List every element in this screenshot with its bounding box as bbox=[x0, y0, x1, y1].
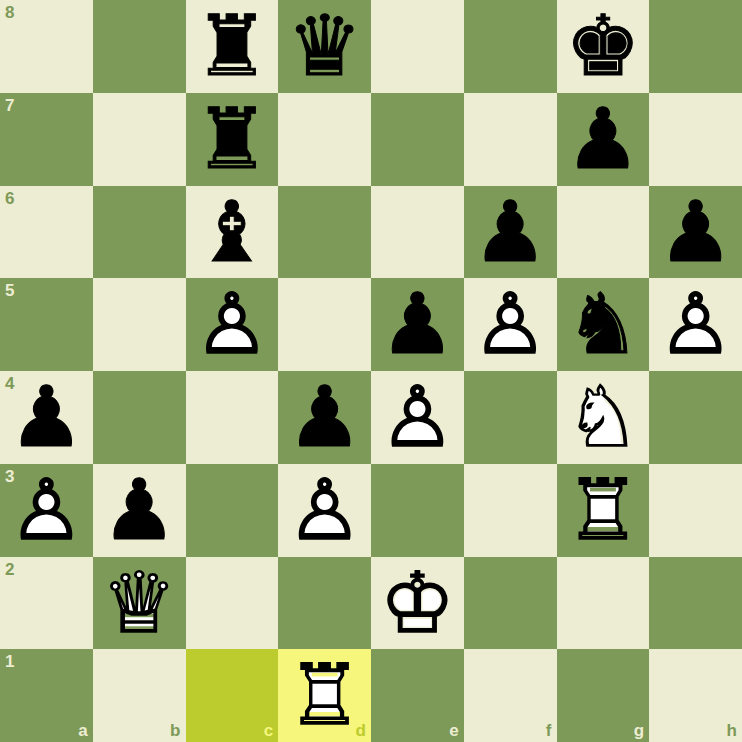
square-d3[interactable]: ♟♙ bbox=[278, 464, 371, 557]
white-knight-outline-glyph: ♘ bbox=[565, 371, 640, 464]
piece-black-pawn[interactable]: ♟ bbox=[93, 464, 186, 557]
piece-black-knight[interactable]: ♞ bbox=[557, 278, 650, 371]
file-label-b: b bbox=[170, 722, 180, 739]
black-rook-glyph: ♜ bbox=[194, 0, 269, 93]
piece-white-pawn[interactable]: ♟♙ bbox=[186, 278, 279, 371]
black-pawn-glyph: ♟ bbox=[658, 186, 733, 279]
file-label-f: f bbox=[546, 722, 552, 739]
square-h1[interactable]: h bbox=[649, 649, 742, 742]
square-b5[interactable] bbox=[93, 278, 186, 371]
piece-black-pawn[interactable]: ♟ bbox=[649, 186, 742, 279]
rank-label-6: 6 bbox=[5, 190, 14, 207]
black-pawn-glyph: ♟ bbox=[9, 371, 84, 464]
square-e8[interactable] bbox=[371, 0, 464, 93]
square-e4[interactable]: ♟♙ bbox=[371, 371, 464, 464]
file-label-h: h bbox=[727, 722, 737, 739]
piece-black-queen[interactable]: ♛ bbox=[278, 0, 371, 93]
black-pawn-glyph: ♟ bbox=[101, 464, 176, 557]
square-a5[interactable]: 5 bbox=[0, 278, 93, 371]
white-pawn-outline-glyph: ♙ bbox=[380, 371, 455, 464]
square-g6[interactable] bbox=[557, 186, 650, 279]
black-pawn-glyph: ♟ bbox=[287, 371, 362, 464]
square-a2[interactable]: 2 bbox=[0, 557, 93, 650]
black-knight-glyph: ♞ bbox=[565, 278, 640, 371]
rank-label-7: 7 bbox=[5, 97, 14, 114]
piece-white-pawn[interactable]: ♟♙ bbox=[0, 464, 93, 557]
square-d2[interactable] bbox=[278, 557, 371, 650]
piece-black-king[interactable]: ♚ bbox=[557, 0, 650, 93]
square-d5[interactable] bbox=[278, 278, 371, 371]
square-d4[interactable]: ♟ bbox=[278, 371, 371, 464]
square-g1[interactable]: g bbox=[557, 649, 650, 742]
piece-white-rook[interactable]: ♜♖ bbox=[557, 464, 650, 557]
piece-black-rook[interactable]: ♜ bbox=[186, 0, 279, 93]
square-a6[interactable]: 6 bbox=[0, 186, 93, 279]
square-c8[interactable]: ♜ bbox=[186, 0, 279, 93]
white-pawn-outline-glyph: ♙ bbox=[194, 278, 269, 371]
black-pawn-glyph: ♟ bbox=[472, 186, 547, 279]
square-c5[interactable]: ♟♙ bbox=[186, 278, 279, 371]
square-a8[interactable]: 8 bbox=[0, 0, 93, 93]
square-g8[interactable]: ♚ bbox=[557, 0, 650, 93]
square-b1[interactable]: b bbox=[93, 649, 186, 742]
square-h5[interactable]: ♟♙ bbox=[649, 278, 742, 371]
piece-white-knight[interactable]: ♞♘ bbox=[557, 371, 650, 464]
square-b6[interactable] bbox=[93, 186, 186, 279]
black-pawn-glyph: ♟ bbox=[565, 93, 640, 186]
square-d1[interactable]: d♜♖ bbox=[278, 649, 371, 742]
piece-white-king[interactable]: ♚♔ bbox=[371, 557, 464, 650]
square-h3[interactable] bbox=[649, 464, 742, 557]
square-h7[interactable] bbox=[649, 93, 742, 186]
piece-black-pawn[interactable]: ♟ bbox=[278, 371, 371, 464]
square-f6[interactable]: ♟ bbox=[464, 186, 557, 279]
square-h6[interactable]: ♟ bbox=[649, 186, 742, 279]
square-c7[interactable]: ♜ bbox=[186, 93, 279, 186]
rank-label-5: 5 bbox=[5, 282, 14, 299]
square-f8[interactable] bbox=[464, 0, 557, 93]
piece-black-pawn[interactable]: ♟ bbox=[464, 186, 557, 279]
square-f1[interactable]: f bbox=[464, 649, 557, 742]
white-pawn-outline-glyph: ♙ bbox=[472, 278, 547, 371]
piece-black-pawn[interactable]: ♟ bbox=[0, 371, 93, 464]
piece-black-rook[interactable]: ♜ bbox=[186, 93, 279, 186]
piece-white-rook[interactable]: ♜♖ bbox=[278, 649, 371, 742]
white-pawn-outline-glyph: ♙ bbox=[658, 278, 733, 371]
square-c3[interactable] bbox=[186, 464, 279, 557]
piece-white-pawn[interactable]: ♟♙ bbox=[278, 464, 371, 557]
file-label-c: c bbox=[264, 722, 273, 739]
square-a1[interactable]: 1a bbox=[0, 649, 93, 742]
black-king-glyph: ♚ bbox=[565, 0, 640, 93]
white-pawn-outline-glyph: ♙ bbox=[287, 464, 362, 557]
file-label-g: g bbox=[634, 722, 644, 739]
square-a4[interactable]: 4♟ bbox=[0, 371, 93, 464]
square-d6[interactable] bbox=[278, 186, 371, 279]
square-f5[interactable]: ♟♙ bbox=[464, 278, 557, 371]
square-b2[interactable]: ♛♕ bbox=[93, 557, 186, 650]
square-g5[interactable]: ♞ bbox=[557, 278, 650, 371]
square-e3[interactable] bbox=[371, 464, 464, 557]
square-h4[interactable] bbox=[649, 371, 742, 464]
file-label-a: a bbox=[78, 722, 87, 739]
square-d7[interactable] bbox=[278, 93, 371, 186]
square-e1[interactable]: e bbox=[371, 649, 464, 742]
piece-black-pawn[interactable]: ♟ bbox=[557, 93, 650, 186]
square-b8[interactable] bbox=[93, 0, 186, 93]
square-e5[interactable]: ♟ bbox=[371, 278, 464, 371]
square-a7[interactable]: 7 bbox=[0, 93, 93, 186]
square-d8[interactable]: ♛ bbox=[278, 0, 371, 93]
square-g7[interactable]: ♟ bbox=[557, 93, 650, 186]
black-pawn-glyph: ♟ bbox=[380, 278, 455, 371]
piece-white-pawn[interactable]: ♟♙ bbox=[464, 278, 557, 371]
square-g4[interactable]: ♞♘ bbox=[557, 371, 650, 464]
square-g2[interactable] bbox=[557, 557, 650, 650]
rank-label-1: 1 bbox=[5, 653, 14, 670]
white-king-outline-glyph: ♔ bbox=[380, 557, 455, 650]
piece-white-pawn[interactable]: ♟♙ bbox=[371, 371, 464, 464]
white-queen-outline-glyph: ♕ bbox=[101, 557, 176, 650]
rank-label-2: 2 bbox=[5, 561, 14, 578]
square-f7[interactable] bbox=[464, 93, 557, 186]
square-e7[interactable] bbox=[371, 93, 464, 186]
square-b3[interactable]: ♟ bbox=[93, 464, 186, 557]
square-e2[interactable]: ♚♔ bbox=[371, 557, 464, 650]
piece-white-queen[interactable]: ♛♕ bbox=[93, 557, 186, 650]
white-rook-outline-glyph: ♖ bbox=[287, 649, 362, 742]
square-h2[interactable] bbox=[649, 557, 742, 650]
square-f2[interactable] bbox=[464, 557, 557, 650]
square-b7[interactable] bbox=[93, 93, 186, 186]
black-queen-glyph: ♛ bbox=[287, 0, 362, 93]
piece-black-pawn[interactable]: ♟ bbox=[371, 278, 464, 371]
white-rook-outline-glyph: ♖ bbox=[565, 464, 640, 557]
square-c1[interactable]: c bbox=[186, 649, 279, 742]
chess-board: 8♜♛♚7♜♟6♝♟♟5♟♙♟♟♙♞♟♙4♟♟♟♙♞♘3♟♙♟♟♙♜♖2♛♕♚♔… bbox=[0, 0, 742, 742]
square-f4[interactable] bbox=[464, 371, 557, 464]
square-c2[interactable] bbox=[186, 557, 279, 650]
file-label-e: e bbox=[449, 722, 458, 739]
black-bishop-glyph: ♝ bbox=[194, 186, 269, 279]
square-h8[interactable] bbox=[649, 0, 742, 93]
black-rook-glyph: ♜ bbox=[194, 93, 269, 186]
square-e6[interactable] bbox=[371, 186, 464, 279]
piece-black-bishop[interactable]: ♝ bbox=[186, 186, 279, 279]
square-c4[interactable] bbox=[186, 371, 279, 464]
square-a3[interactable]: 3♟♙ bbox=[0, 464, 93, 557]
piece-white-pawn[interactable]: ♟♙ bbox=[649, 278, 742, 371]
square-c6[interactable]: ♝ bbox=[186, 186, 279, 279]
square-g3[interactable]: ♜♖ bbox=[557, 464, 650, 557]
white-pawn-outline-glyph: ♙ bbox=[9, 464, 84, 557]
rank-label-8: 8 bbox=[5, 4, 14, 21]
square-f3[interactable] bbox=[464, 464, 557, 557]
square-b4[interactable] bbox=[93, 371, 186, 464]
